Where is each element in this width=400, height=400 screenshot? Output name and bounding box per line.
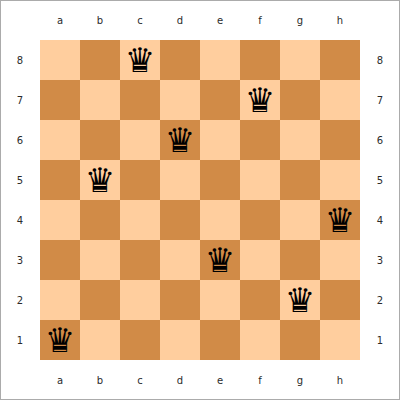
square-g2[interactable]: ♛	[280, 280, 320, 320]
square-e8[interactable]	[200, 40, 240, 80]
file-labels-top: abcdefgh	[40, 0, 360, 40]
square-e6[interactable]	[200, 120, 240, 160]
file-label-e-bottom: e	[200, 360, 240, 400]
rank-label-4-right: 4	[360, 200, 400, 240]
square-h5[interactable]	[320, 160, 360, 200]
square-f3[interactable]	[240, 240, 280, 280]
square-b5[interactable]: ♛	[80, 160, 120, 200]
square-e3[interactable]: ♛	[200, 240, 240, 280]
black-queen[interactable]: ♛	[320, 200, 360, 240]
rank-labels-right: 87654321	[360, 40, 400, 360]
rank-label-5-left: 5	[0, 160, 40, 200]
square-c5[interactable]	[120, 160, 160, 200]
file-label-f-top: f	[240, 0, 280, 40]
square-d4[interactable]	[160, 200, 200, 240]
square-f2[interactable]	[240, 280, 280, 320]
rank-label-1-right: 1	[360, 320, 400, 360]
square-h1[interactable]	[320, 320, 360, 360]
square-a3[interactable]	[40, 240, 80, 280]
rank-label-5-right: 5	[360, 160, 400, 200]
square-d3[interactable]	[160, 240, 200, 280]
square-c2[interactable]	[120, 280, 160, 320]
square-d8[interactable]	[160, 40, 200, 80]
square-b4[interactable]	[80, 200, 120, 240]
square-c1[interactable]	[120, 320, 160, 360]
square-d6[interactable]: ♛	[160, 120, 200, 160]
square-d5[interactable]	[160, 160, 200, 200]
square-g3[interactable]	[280, 240, 320, 280]
black-queen[interactable]: ♛	[160, 120, 200, 160]
black-queen[interactable]: ♛	[80, 160, 120, 200]
square-g8[interactable]	[280, 40, 320, 80]
square-c6[interactable]	[120, 120, 160, 160]
rank-label-6-right: 6	[360, 120, 400, 160]
square-d7[interactable]	[160, 80, 200, 120]
square-g1[interactable]	[280, 320, 320, 360]
square-c8[interactable]: ♛	[120, 40, 160, 80]
square-f6[interactable]	[240, 120, 280, 160]
square-a7[interactable]	[40, 80, 80, 120]
square-g7[interactable]	[280, 80, 320, 120]
black-queen[interactable]: ♛	[40, 320, 80, 360]
rank-label-3-left: 3	[0, 240, 40, 280]
square-c7[interactable]	[120, 80, 160, 120]
square-b1[interactable]	[80, 320, 120, 360]
square-g5[interactable]	[280, 160, 320, 200]
file-label-a-bottom: a	[40, 360, 80, 400]
black-queen[interactable]: ♛	[280, 280, 320, 320]
square-c4[interactable]	[120, 200, 160, 240]
square-d2[interactable]	[160, 280, 200, 320]
square-f4[interactable]	[240, 200, 280, 240]
file-label-h-bottom: h	[320, 360, 360, 400]
square-h6[interactable]	[320, 120, 360, 160]
square-a8[interactable]	[40, 40, 80, 80]
file-label-h-top: h	[320, 0, 360, 40]
square-h7[interactable]	[320, 80, 360, 120]
square-b2[interactable]	[80, 280, 120, 320]
rank-labels-left: 87654321	[0, 40, 40, 360]
file-label-c-bottom: c	[120, 360, 160, 400]
square-f5[interactable]	[240, 160, 280, 200]
square-a4[interactable]	[40, 200, 80, 240]
file-label-b-bottom: b	[80, 360, 120, 400]
rank-label-2-left: 2	[0, 280, 40, 320]
file-label-a-top: a	[40, 0, 80, 40]
square-e2[interactable]	[200, 280, 240, 320]
rank-label-1-left: 1	[0, 320, 40, 360]
file-label-g-bottom: g	[280, 360, 320, 400]
square-e1[interactable]	[200, 320, 240, 360]
chess-diagram-frame: abcdefgh 87654321 ♛♛♛♛♛♛♛♛ 87654321 abcd…	[0, 0, 400, 400]
file-label-f-bottom: f	[240, 360, 280, 400]
rank-label-6-left: 6	[0, 120, 40, 160]
file-labels-bottom: abcdefgh	[40, 360, 360, 400]
file-label-c-top: c	[120, 0, 160, 40]
square-e4[interactable]	[200, 200, 240, 240]
file-label-e-top: e	[200, 0, 240, 40]
square-h8[interactable]	[320, 40, 360, 80]
rank-label-8-left: 8	[0, 40, 40, 80]
rank-label-4-left: 4	[0, 200, 40, 240]
square-b6[interactable]	[80, 120, 120, 160]
square-h2[interactable]	[320, 280, 360, 320]
rank-label-7-left: 7	[0, 80, 40, 120]
file-label-b-top: b	[80, 0, 120, 40]
square-g4[interactable]	[280, 200, 320, 240]
black-queen[interactable]: ♛	[240, 80, 280, 120]
black-queen[interactable]: ♛	[120, 40, 160, 80]
black-queen[interactable]: ♛	[200, 240, 240, 280]
square-b8[interactable]	[80, 40, 120, 80]
square-f7[interactable]: ♛	[240, 80, 280, 120]
square-h3[interactable]	[320, 240, 360, 280]
square-f1[interactable]	[240, 320, 280, 360]
rank-label-7-right: 7	[360, 80, 400, 120]
rank-label-2-right: 2	[360, 280, 400, 320]
square-a6[interactable]	[40, 120, 80, 160]
rank-label-3-right: 3	[360, 240, 400, 280]
file-label-g-top: g	[280, 0, 320, 40]
square-a5[interactable]	[40, 160, 80, 200]
rank-label-8-right: 8	[360, 40, 400, 80]
square-b7[interactable]	[80, 80, 120, 120]
square-a2[interactable]	[40, 280, 80, 320]
square-e5[interactable]	[200, 160, 240, 200]
square-h4[interactable]: ♛	[320, 200, 360, 240]
square-c3[interactable]	[120, 240, 160, 280]
square-g6[interactable]	[280, 120, 320, 160]
square-b3[interactable]	[80, 240, 120, 280]
chess-board: ♛♛♛♛♛♛♛♛	[40, 40, 360, 360]
file-label-d-bottom: d	[160, 360, 200, 400]
square-a1[interactable]: ♛	[40, 320, 80, 360]
square-d1[interactable]	[160, 320, 200, 360]
square-e7[interactable]	[200, 80, 240, 120]
file-label-d-top: d	[160, 0, 200, 40]
square-f8[interactable]	[240, 40, 280, 80]
